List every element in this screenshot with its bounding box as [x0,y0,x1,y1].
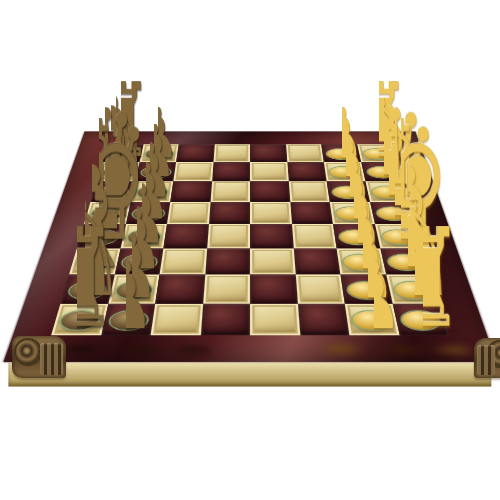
square [155,275,205,304]
square [292,224,337,248]
square [200,303,250,335]
board-edge-trim [8,362,491,387]
square [163,224,208,248]
square [151,303,203,335]
square: ♟ [345,303,399,335]
ionic-scroll-foot-right [474,338,500,378]
square: ♟ [101,303,155,335]
ionic-scroll-foot-left [12,336,66,378]
square [250,275,297,304]
square [250,303,300,335]
gold-pieces-reflection [286,339,474,361]
square [250,224,293,248]
square [207,224,250,248]
square [295,275,345,304]
square [203,275,250,304]
chess-board: ♜♟♟♜♞♟♟♞♝♟♟♝♛♟♟♛♚♟♟♚♝♟♟♝♞♟♟♞♜♟♟♜ [3,132,496,362]
chess-set-photo: ♜♟♟♜♞♟♟♞♝♟♟♝♛♟♟♛♚♟♟♚♝♟♟♝♞♟♟♞♜♟♟♜ [0,0,500,500]
square [297,303,349,335]
